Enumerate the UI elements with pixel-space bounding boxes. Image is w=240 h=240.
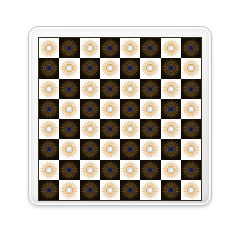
sunburst-medallion-icon	[161, 58, 181, 78]
sunburst-medallion-icon	[80, 99, 100, 119]
sunburst-medallion-icon	[140, 99, 160, 119]
sunburst-medallion-icon	[161, 119, 181, 139]
sunburst-medallion-icon	[59, 58, 79, 78]
sunburst-medallion-icon	[39, 180, 59, 200]
board-square-h6	[181, 79, 201, 99]
board-square-f6	[140, 79, 160, 99]
board-square-d4	[100, 119, 120, 139]
board-square-f3	[140, 139, 160, 159]
sunburst-medallion-icon	[80, 180, 100, 200]
board-square-b7	[59, 58, 79, 78]
board-square-c4	[80, 119, 100, 139]
sunburst-medallion-icon	[161, 99, 181, 119]
sunburst-medallion-icon	[120, 180, 140, 200]
board-square-g6	[161, 79, 181, 99]
board-square-e6	[120, 79, 140, 99]
board-square-f1	[140, 180, 160, 200]
board-square-e3	[120, 139, 140, 159]
sunburst-medallion-icon	[120, 99, 140, 119]
board-square-h2	[181, 160, 201, 180]
sunburst-medallion-icon	[181, 38, 201, 58]
board-square-h1	[181, 180, 201, 200]
board-square-b4	[59, 119, 79, 139]
board-square-d8	[100, 38, 120, 58]
sunburst-medallion-icon	[140, 139, 160, 159]
board-square-f7	[140, 58, 160, 78]
sunburst-medallion-icon	[181, 99, 201, 119]
board-square-h5	[181, 99, 201, 119]
board-square-d6	[100, 79, 120, 99]
board-square-c8	[80, 38, 100, 58]
sunburst-medallion-icon	[140, 180, 160, 200]
board-square-a3	[39, 139, 59, 159]
sunburst-medallion-icon	[39, 38, 59, 58]
board-square-d3	[100, 139, 120, 159]
sunburst-medallion-icon	[59, 99, 79, 119]
board-square-f8	[140, 38, 160, 58]
sunburst-medallion-icon	[80, 119, 100, 139]
board-square-a5	[39, 99, 59, 119]
board-square-f4	[140, 119, 160, 139]
sunburst-medallion-icon	[59, 38, 79, 58]
sunburst-medallion-icon	[140, 119, 160, 139]
board-square-b5	[59, 99, 79, 119]
sunburst-medallion-icon	[161, 180, 181, 200]
sunburst-medallion-icon	[120, 79, 140, 99]
sunburst-medallion-icon	[120, 139, 140, 159]
sunburst-medallion-icon	[59, 160, 79, 180]
board-square-d1	[100, 180, 120, 200]
board-square-b6	[59, 79, 79, 99]
sunburst-medallion-icon	[80, 38, 100, 58]
board-square-d7	[100, 58, 120, 78]
board-square-h3	[181, 139, 201, 159]
board-square-c1	[80, 180, 100, 200]
sunburst-medallion-icon	[80, 58, 100, 78]
sunburst-medallion-icon	[39, 58, 59, 78]
sunburst-medallion-icon	[181, 139, 201, 159]
board-square-a8	[39, 38, 59, 58]
sunburst-medallion-icon	[80, 79, 100, 99]
sunburst-medallion-icon	[100, 180, 120, 200]
board-square-d5	[100, 99, 120, 119]
board-square-e1	[120, 180, 140, 200]
board-square-c7	[80, 58, 100, 78]
sunburst-medallion-icon	[120, 160, 140, 180]
sunburst-medallion-icon	[59, 139, 79, 159]
board-square-e5	[120, 99, 140, 119]
sunburst-medallion-icon	[100, 58, 120, 78]
sunburst-medallion-icon	[100, 99, 120, 119]
board-square-e8	[120, 38, 140, 58]
sunburst-medallion-icon	[161, 79, 181, 99]
sunburst-medallion-icon	[100, 160, 120, 180]
board-square-a7	[39, 58, 59, 78]
memory-card-reader-body	[28, 26, 212, 206]
sunburst-medallion-icon	[100, 139, 120, 159]
board-square-h4	[181, 119, 201, 139]
sunburst-medallion-icon	[120, 119, 140, 139]
board-square-b1	[59, 180, 79, 200]
board-square-g3	[161, 139, 181, 159]
sunburst-medallion-icon	[59, 119, 79, 139]
board-square-g7	[161, 58, 181, 78]
board-square-a2	[39, 160, 59, 180]
board-square-a6	[39, 79, 59, 99]
board-square-c6	[80, 79, 100, 99]
sunburst-medallion-icon	[100, 79, 120, 99]
sunburst-medallion-icon	[120, 58, 140, 78]
board-square-e2	[120, 160, 140, 180]
board-square-g5	[161, 99, 181, 119]
sunburst-medallion-icon	[161, 139, 181, 159]
board-square-b2	[59, 160, 79, 180]
sunburst-medallion-icon	[140, 38, 160, 58]
board-square-h7	[181, 58, 201, 78]
sunburst-medallion-icon	[39, 99, 59, 119]
sunburst-medallion-icon	[39, 119, 59, 139]
board-square-b8	[59, 38, 79, 58]
sunburst-medallion-icon	[161, 160, 181, 180]
board-square-e7	[120, 58, 140, 78]
sunburst-medallion-icon	[39, 79, 59, 99]
sunburst-medallion-icon	[140, 160, 160, 180]
sunburst-medallion-icon	[59, 79, 79, 99]
board-square-c2	[80, 160, 100, 180]
board-square-c5	[80, 99, 100, 119]
sunburst-medallion-icon	[181, 180, 201, 200]
board-square-a1	[39, 180, 59, 200]
sunburst-medallion-icon	[181, 58, 201, 78]
sunburst-medallion-icon	[100, 38, 120, 58]
board-square-d2	[100, 160, 120, 180]
board-square-g2	[161, 160, 181, 180]
sunburst-medallion-icon	[39, 160, 59, 180]
checkerboard	[38, 37, 202, 201]
sunburst-medallion-icon	[120, 38, 140, 58]
board-square-e4	[120, 119, 140, 139]
sunburst-medallion-icon	[181, 79, 201, 99]
board-square-a4	[39, 119, 59, 139]
board-square-g1	[161, 180, 181, 200]
board-square-g4	[161, 119, 181, 139]
sunburst-medallion-icon	[161, 38, 181, 58]
board-square-g8	[161, 38, 181, 58]
board-square-f5	[140, 99, 160, 119]
board-square-c3	[80, 139, 100, 159]
sunburst-medallion-icon	[181, 160, 201, 180]
board-square-f2	[140, 160, 160, 180]
sunburst-medallion-icon	[100, 119, 120, 139]
sunburst-medallion-icon	[140, 79, 160, 99]
sunburst-medallion-icon	[140, 58, 160, 78]
sunburst-medallion-icon	[59, 180, 79, 200]
product-photo	[0, 0, 240, 240]
board-square-b3	[59, 139, 79, 159]
sunburst-medallion-icon	[39, 139, 59, 159]
sunburst-medallion-icon	[181, 119, 201, 139]
sunburst-medallion-icon	[80, 139, 100, 159]
sunburst-medallion-icon	[80, 160, 100, 180]
board-square-h8	[181, 38, 201, 58]
